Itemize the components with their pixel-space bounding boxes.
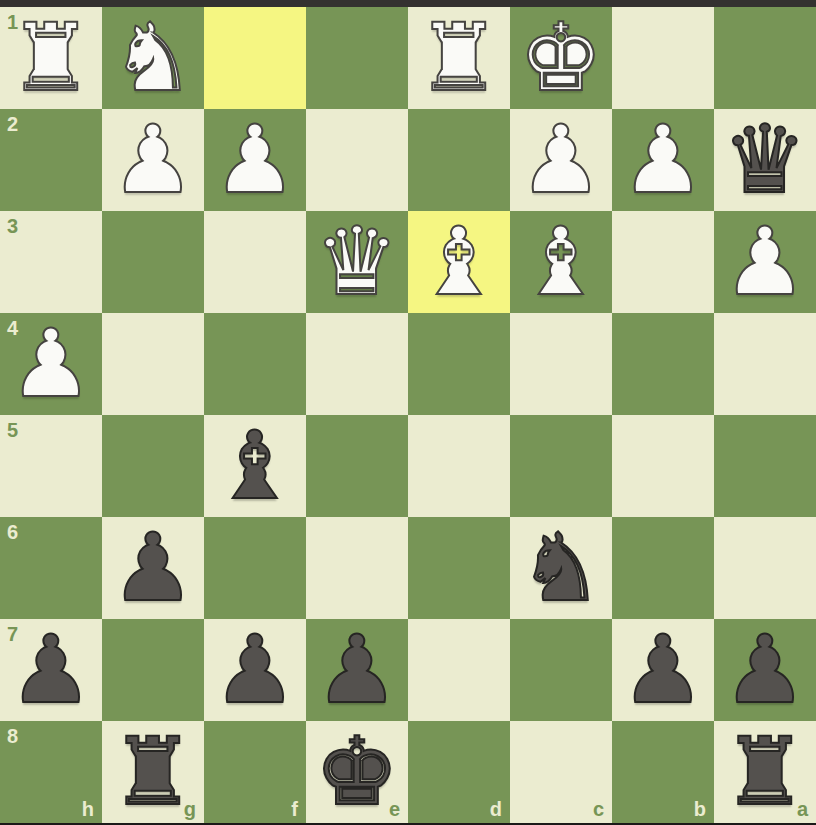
square-e7[interactable]: ♟ [306, 619, 408, 721]
rank-label-5: 5 [7, 420, 18, 440]
white-knight[interactable]: ♞ [102, 7, 204, 109]
square-b7[interactable]: ♟ [612, 619, 714, 721]
square-e8[interactable]: e♚ [306, 721, 408, 823]
chess-app-frame: 1♜♞♜♚2♟♟♟♟♛3♛♝♝♟4♟5♝6♟♞7♟♟♟♟♟8hg♜fe♚dcba… [0, 0, 816, 825]
square-e2[interactable] [306, 109, 408, 211]
file-label-f: f [291, 799, 298, 819]
black-pawn[interactable]: ♟ [0, 619, 102, 721]
black-king[interactable]: ♚ [306, 721, 408, 823]
square-d3[interactable]: ♝ [408, 211, 510, 313]
square-g2[interactable]: ♟ [102, 109, 204, 211]
square-b3[interactable] [612, 211, 714, 313]
square-d5[interactable] [408, 415, 510, 517]
white-king[interactable]: ♚ [510, 7, 612, 109]
rank-label-6: 6 [7, 522, 18, 542]
square-c3[interactable]: ♝ [510, 211, 612, 313]
white-rook[interactable]: ♜ [0, 7, 102, 109]
square-g3[interactable] [102, 211, 204, 313]
square-b1[interactable] [612, 7, 714, 109]
rank-label-8: 8 [7, 726, 18, 746]
square-e4[interactable] [306, 313, 408, 415]
square-h6[interactable]: 6 [0, 517, 102, 619]
white-pawn[interactable]: ♟ [0, 313, 102, 415]
square-a1[interactable] [714, 7, 816, 109]
square-h2[interactable]: 2 [0, 109, 102, 211]
square-h5[interactable]: 5 [0, 415, 102, 517]
square-h4[interactable]: 4♟ [0, 313, 102, 415]
square-b8[interactable]: b [612, 721, 714, 823]
white-pawn[interactable]: ♟ [102, 109, 204, 211]
square-f4[interactable] [204, 313, 306, 415]
square-c7[interactable] [510, 619, 612, 721]
square-a8[interactable]: a♜ [714, 721, 816, 823]
black-pawn[interactable]: ♟ [204, 619, 306, 721]
square-f6[interactable] [204, 517, 306, 619]
square-f3[interactable] [204, 211, 306, 313]
black-pawn[interactable]: ♟ [306, 619, 408, 721]
square-e5[interactable] [306, 415, 408, 517]
square-c6[interactable]: ♞ [510, 517, 612, 619]
square-c5[interactable] [510, 415, 612, 517]
square-c4[interactable] [510, 313, 612, 415]
square-d4[interactable] [408, 313, 510, 415]
white-rook[interactable]: ♜ [408, 7, 510, 109]
white-pawn[interactable]: ♟ [510, 109, 612, 211]
file-label-h: h [82, 799, 94, 819]
white-pawn[interactable]: ♟ [204, 109, 306, 211]
square-f7[interactable]: ♟ [204, 619, 306, 721]
black-rook[interactable]: ♜ [102, 721, 204, 823]
square-b6[interactable] [612, 517, 714, 619]
white-pawn[interactable]: ♟ [714, 211, 816, 313]
square-a6[interactable] [714, 517, 816, 619]
square-d8[interactable]: d [408, 721, 510, 823]
square-a3[interactable]: ♟ [714, 211, 816, 313]
square-g1[interactable]: ♞ [102, 7, 204, 109]
square-b5[interactable] [612, 415, 714, 517]
square-h8[interactable]: 8h [0, 721, 102, 823]
square-g7[interactable] [102, 619, 204, 721]
square-c8[interactable]: c [510, 721, 612, 823]
square-a7[interactable]: ♟ [714, 619, 816, 721]
square-a5[interactable] [714, 415, 816, 517]
rank-label-2: 2 [7, 114, 18, 134]
square-f1[interactable] [204, 7, 306, 109]
square-g5[interactable] [102, 415, 204, 517]
square-b4[interactable] [612, 313, 714, 415]
square-h3[interactable]: 3 [0, 211, 102, 313]
file-label-d: d [490, 799, 502, 819]
file-label-c: c [593, 799, 604, 819]
square-a4[interactable] [714, 313, 816, 415]
black-rook[interactable]: ♜ [714, 721, 816, 823]
square-d1[interactable]: ♜ [408, 7, 510, 109]
black-pawn[interactable]: ♟ [102, 517, 204, 619]
square-d2[interactable] [408, 109, 510, 211]
square-d7[interactable] [408, 619, 510, 721]
black-queen[interactable]: ♛ [714, 109, 816, 211]
file-label-b: b [694, 799, 706, 819]
white-bishop[interactable]: ♝ [408, 211, 510, 313]
black-pawn[interactable]: ♟ [612, 619, 714, 721]
square-g4[interactable] [102, 313, 204, 415]
square-c1[interactable]: ♚ [510, 7, 612, 109]
square-g6[interactable]: ♟ [102, 517, 204, 619]
chess-board: 1♜♞♜♚2♟♟♟♟♛3♛♝♝♟4♟5♝6♟♞7♟♟♟♟♟8hg♜fe♚dcba… [0, 7, 816, 823]
square-h7[interactable]: 7♟ [0, 619, 102, 721]
white-bishop[interactable]: ♝ [510, 211, 612, 313]
rank-label-3: 3 [7, 216, 18, 236]
square-f8[interactable]: f [204, 721, 306, 823]
black-bishop[interactable]: ♝ [204, 415, 306, 517]
square-h1[interactable]: 1♜ [0, 7, 102, 109]
white-queen[interactable]: ♛ [306, 211, 408, 313]
square-d6[interactable] [408, 517, 510, 619]
square-c2[interactable]: ♟ [510, 109, 612, 211]
square-f2[interactable]: ♟ [204, 109, 306, 211]
square-g8[interactable]: g♜ [102, 721, 204, 823]
square-a2[interactable]: ♛ [714, 109, 816, 211]
square-b2[interactable]: ♟ [612, 109, 714, 211]
square-e6[interactable] [306, 517, 408, 619]
white-pawn[interactable]: ♟ [612, 109, 714, 211]
black-pawn[interactable]: ♟ [714, 619, 816, 721]
square-f5[interactable]: ♝ [204, 415, 306, 517]
black-knight[interactable]: ♞ [510, 517, 612, 619]
square-e1[interactable] [306, 7, 408, 109]
square-e3[interactable]: ♛ [306, 211, 408, 313]
